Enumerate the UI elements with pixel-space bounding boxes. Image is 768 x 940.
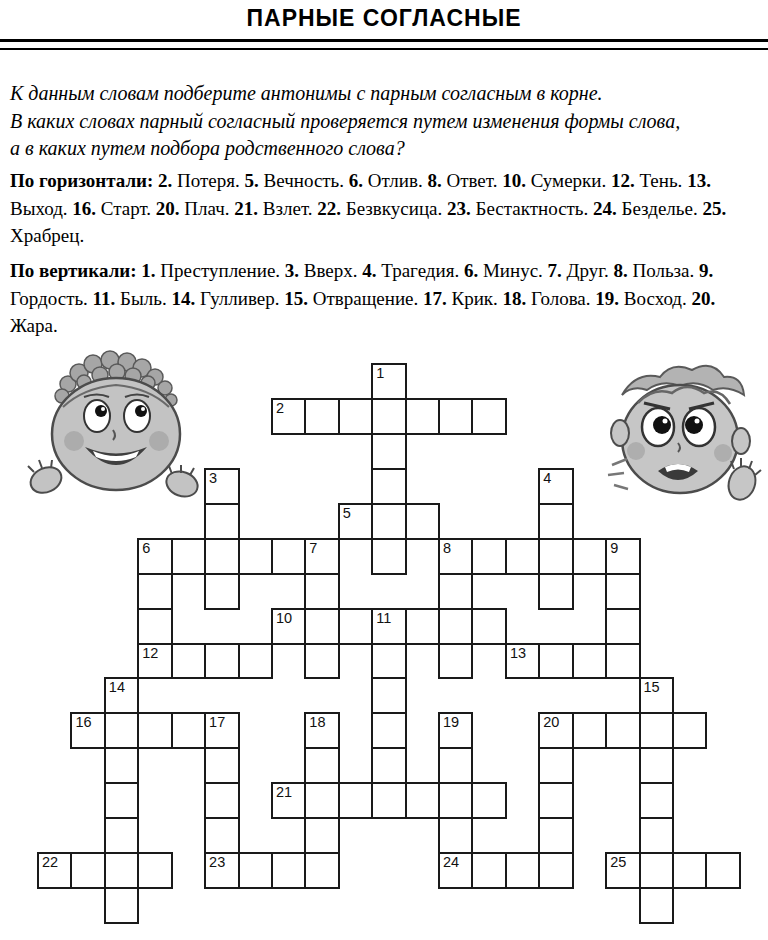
- grid-cell[interactable]: [304, 817, 339, 854]
- grid-cell[interactable]: [572, 643, 607, 680]
- grid-cell[interactable]: [505, 538, 540, 575]
- cell-number: 19: [443, 714, 459, 731]
- grid-cell[interactable]: 16: [70, 712, 105, 749]
- cell-number: 5: [343, 505, 351, 522]
- grid-cell[interactable]: [104, 782, 139, 819]
- grid-cell[interactable]: [104, 852, 139, 889]
- across-clue-number: 10.: [502, 170, 526, 191]
- cell-number: 23: [209, 854, 225, 871]
- grid-cell[interactable]: [104, 712, 139, 749]
- grid-cell[interactable]: [171, 712, 206, 749]
- grid-cell[interactable]: [471, 852, 506, 889]
- grid-cell[interactable]: [405, 398, 440, 435]
- grid-cell[interactable]: 3: [204, 468, 239, 505]
- cell-number: 9: [610, 540, 618, 557]
- down-clue-number: 11.: [93, 288, 116, 309]
- grid-cell[interactable]: 10: [271, 608, 306, 645]
- grid-cell[interactable]: [438, 782, 473, 819]
- down-clue-number: 6.: [464, 260, 478, 281]
- down-clue-number: 18.: [503, 288, 527, 309]
- grid-cell[interactable]: [137, 852, 172, 889]
- cell-number: 8: [443, 540, 451, 557]
- grid-cell[interactable]: 21: [271, 782, 306, 819]
- grid-cell[interactable]: [538, 782, 573, 819]
- grid-cell[interactable]: [304, 782, 339, 819]
- down-clue-number: 1.: [141, 260, 155, 281]
- grid-cell[interactable]: [304, 573, 339, 610]
- grid-cell[interactable]: [304, 852, 339, 889]
- cell-number: 24: [443, 854, 459, 871]
- grid-cell[interactable]: 7: [304, 538, 339, 575]
- grid-cell[interactable]: [238, 852, 273, 889]
- grid-cell[interactable]: 23: [204, 852, 239, 889]
- grid-cell[interactable]: [572, 538, 607, 575]
- task-instructions: К данным словам подберите антонимы с пар…: [10, 80, 762, 163]
- grid-cell[interactable]: [639, 887, 674, 924]
- double-rule-divider: [0, 39, 768, 50]
- cell-number: 1: [376, 365, 384, 382]
- grid-cell[interactable]: [204, 538, 239, 575]
- grid-cell[interactable]: [605, 608, 640, 645]
- grid-cell[interactable]: [238, 538, 273, 575]
- across-clue-number: 8.: [427, 170, 441, 191]
- grid-cell[interactable]: [538, 503, 573, 540]
- grid-cell[interactable]: [104, 817, 139, 854]
- cell-number: 16: [75, 714, 91, 731]
- grid-cell[interactable]: [338, 398, 373, 435]
- across-clue-number: 22.: [317, 198, 341, 219]
- down-clue-number: 15.: [284, 288, 308, 309]
- grid-cell[interactable]: [304, 608, 339, 645]
- across-clue-number: 13.: [687, 170, 711, 191]
- grid-cell[interactable]: [438, 643, 473, 680]
- instruction-line: В каких словах парный согласный проверяе…: [10, 108, 762, 136]
- grid-cell[interactable]: 8: [438, 538, 473, 575]
- grid-cell[interactable]: [438, 817, 473, 854]
- across-clue-number: 23.: [447, 198, 471, 219]
- grid-cell[interactable]: [137, 608, 172, 645]
- grid-cell[interactable]: 20: [538, 712, 573, 749]
- grid-cell[interactable]: [104, 887, 139, 924]
- grid-cell[interactable]: [471, 608, 506, 645]
- grid-cell[interactable]: [705, 852, 740, 889]
- cell-number: 21: [276, 784, 292, 801]
- grid-cell[interactable]: 12: [137, 643, 172, 680]
- grid-cell[interactable]: [471, 538, 506, 575]
- grid-cell[interactable]: [371, 712, 406, 749]
- grid-cell[interactable]: 18: [304, 712, 339, 749]
- grid-cell[interactable]: [137, 573, 172, 610]
- grid-cell[interactable]: [605, 573, 640, 610]
- grid-cell[interactable]: [639, 712, 674, 749]
- grid-cell[interactable]: [672, 852, 707, 889]
- grid-cell[interactable]: [371, 433, 406, 470]
- cell-number: 25: [610, 854, 626, 871]
- grid-cell[interactable]: [204, 782, 239, 819]
- grid-cell[interactable]: [204, 747, 239, 784]
- grid-cell[interactable]: [204, 817, 239, 854]
- across-clue-label: По горизонтали:: [10, 170, 153, 191]
- down-clue-number: 20.: [692, 288, 716, 309]
- grid-cell[interactable]: [672, 712, 707, 749]
- grid-cell[interactable]: [538, 747, 573, 784]
- across-clue-number: 16.: [72, 198, 96, 219]
- cell-number: 12: [142, 645, 158, 662]
- page-title: ПАРНЫЕ СОГЛАСНЫЕ: [0, 5, 768, 32]
- cell-number: 11: [376, 610, 391, 627]
- grid-cell[interactable]: [371, 538, 406, 575]
- grid-cell[interactable]: [304, 747, 339, 784]
- grid-cell[interactable]: [371, 468, 406, 505]
- grid-cell[interactable]: [538, 538, 573, 575]
- grid-cell[interactable]: [471, 398, 506, 435]
- grid-cell[interactable]: [304, 398, 339, 435]
- cell-number: 15: [644, 679, 660, 696]
- grid-cell[interactable]: [572, 712, 607, 749]
- grid-cell[interactable]: 5: [338, 503, 373, 540]
- grid-cell[interactable]: 22: [37, 852, 72, 889]
- grid-cell[interactable]: [70, 852, 105, 889]
- grid-cell[interactable]: [538, 643, 573, 680]
- across-clue-number: 20.: [156, 198, 180, 219]
- across-clue-number: 5.: [245, 170, 259, 191]
- grid-cell[interactable]: 14: [104, 677, 139, 714]
- grid-cell[interactable]: [204, 643, 239, 680]
- grid-cell[interactable]: [605, 643, 640, 680]
- down-clue-number: 17.: [423, 288, 447, 309]
- grid-cell[interactable]: [304, 643, 339, 680]
- grid-cell[interactable]: [338, 782, 373, 819]
- across-clue-number: 6.: [349, 170, 363, 191]
- clues-down: По вертикали: 1. Преступление. 3. Вверх.…: [10, 257, 762, 340]
- across-clue-number: 12.: [611, 170, 635, 191]
- cell-number: 20: [543, 714, 559, 731]
- cell-number: 3: [209, 470, 217, 487]
- down-clue-number: 14.: [171, 288, 195, 309]
- grid-cell[interactable]: [371, 677, 406, 714]
- grid-cell[interactable]: [338, 608, 373, 645]
- grid-cell[interactable]: [639, 747, 674, 784]
- instruction-line: К данным словам подберите антонимы с пар…: [10, 80, 762, 108]
- down-clue-number: 8.: [613, 260, 627, 281]
- grid-cell[interactable]: 13: [505, 643, 540, 680]
- grid-cell[interactable]: [438, 608, 473, 645]
- cell-number: 2: [276, 400, 284, 417]
- grid-cell[interactable]: [171, 643, 206, 680]
- grid-cell[interactable]: [137, 712, 172, 749]
- grid-cell[interactable]: [238, 643, 273, 680]
- across-clue-number: 2.: [158, 170, 172, 191]
- cell-number: 7: [309, 540, 317, 557]
- grid-cell[interactable]: [471, 782, 506, 819]
- grid-cell[interactable]: 9: [605, 538, 640, 575]
- cell-number: 4: [543, 470, 551, 487]
- grid-cell[interactable]: 4: [538, 468, 573, 505]
- grid-cell[interactable]: [538, 852, 573, 889]
- grid-cell[interactable]: [371, 503, 406, 540]
- grid-cell[interactable]: [639, 817, 674, 854]
- grid-cell[interactable]: [639, 782, 674, 819]
- grid-cell[interactable]: [371, 747, 406, 784]
- grid-cell[interactable]: [204, 573, 239, 610]
- grid-cell[interactable]: [405, 503, 440, 540]
- grid-cell[interactable]: 6: [137, 538, 172, 575]
- grid-cell[interactable]: [438, 747, 473, 784]
- grid-cell[interactable]: [538, 817, 573, 854]
- cell-number: 10: [276, 610, 292, 627]
- down-clue-number: 4.: [362, 260, 376, 281]
- grid-cell[interactable]: [171, 538, 206, 575]
- down-clue-number: 9.: [699, 260, 713, 281]
- grid-cell[interactable]: [438, 573, 473, 610]
- grid-cell[interactable]: 24: [438, 852, 473, 889]
- instruction-line: а в каких путем подбора родственного сло…: [10, 135, 762, 163]
- cell-number: 13: [510, 645, 526, 662]
- cell-number: 22: [42, 854, 58, 871]
- clues-across: По горизонтали: 2. Потеря. 5. Вечность. …: [10, 167, 762, 250]
- cell-number: 6: [142, 540, 150, 557]
- grid-cell[interactable]: [639, 852, 674, 889]
- grid-cell[interactable]: [371, 782, 406, 819]
- grid-cell[interactable]: [271, 852, 306, 889]
- cell-number: 14: [109, 679, 125, 696]
- grid-cell[interactable]: [538, 573, 573, 610]
- down-clue-label: По вертикали:: [10, 260, 137, 281]
- grid-cell[interactable]: [405, 782, 440, 819]
- across-clue-number: 24.: [593, 198, 617, 219]
- down-clue-number: 7.: [548, 260, 562, 281]
- grid-cell[interactable]: [438, 398, 473, 435]
- grid-cell[interactable]: [371, 643, 406, 680]
- down-clue-number: 19.: [595, 288, 619, 309]
- grid-cell[interactable]: [271, 538, 306, 575]
- worksheet-page: { "page": { "title": "ПАРНЫЕ СОГЛАСНЫЕ" …: [0, 0, 768, 940]
- down-clue-number: 3.: [285, 260, 299, 281]
- grid-cell[interactable]: [505, 852, 540, 889]
- grid-cell[interactable]: 19: [438, 712, 473, 749]
- grid-cell[interactable]: 15: [639, 677, 674, 714]
- crossword-grid: 1234567891011121314151617181920212223242…: [38, 364, 740, 924]
- grid-cell[interactable]: 11: [371, 608, 406, 645]
- grid-cell[interactable]: [371, 398, 406, 435]
- grid-cell[interactable]: [405, 608, 440, 645]
- cell-number: 17: [209, 714, 225, 731]
- across-clue-number: 21.: [234, 198, 258, 219]
- cell-number: 18: [309, 714, 325, 731]
- across-clue-number: 25.: [702, 198, 726, 219]
- grid-cell[interactable]: [605, 712, 640, 749]
- grid-cell[interactable]: 17: [204, 712, 239, 749]
- grid-cell[interactable]: 1: [371, 363, 406, 400]
- grid-cell[interactable]: 2: [271, 398, 306, 435]
- grid-cell[interactable]: [104, 747, 139, 784]
- grid-cell[interactable]: 25: [605, 852, 640, 889]
- grid-cell[interactable]: [204, 503, 239, 540]
